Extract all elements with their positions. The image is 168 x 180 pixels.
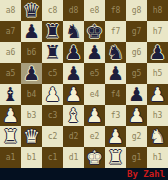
black-pawn: ♟	[149, 42, 166, 63]
square-label-g7: g7	[132, 28, 142, 36]
square-f6[interactable]: ♞	[105, 42, 126, 63]
white-knight: ♞	[149, 126, 166, 147]
square-b8[interactable]: ♛	[21, 0, 42, 21]
square-d4[interactable]: ♟	[63, 84, 84, 105]
square-c8[interactable]: c8	[42, 0, 63, 21]
square-f3[interactable]: f3	[105, 105, 126, 126]
square-e5[interactable]: e5	[84, 63, 105, 84]
square-label-b3: b3	[27, 112, 37, 120]
square-e1[interactable]: ♚	[84, 147, 105, 168]
square-a1[interactable]: a1	[0, 147, 21, 168]
square-h1[interactable]: h1	[147, 147, 168, 168]
square-e8[interactable]: e8	[84, 0, 105, 21]
square-label-h8: h8	[153, 7, 163, 15]
square-label-g6: g6	[132, 49, 142, 57]
square-label-e8: e8	[90, 7, 100, 15]
white-pawn: ♟	[149, 84, 166, 105]
white-pawn: ♟	[44, 84, 61, 105]
square-h8[interactable]: h8	[147, 0, 168, 21]
white-pawn: ♟	[128, 105, 145, 126]
white-king: ♚	[86, 147, 103, 168]
square-a5[interactable]: a5	[0, 63, 21, 84]
square-c5[interactable]: c5	[42, 63, 63, 84]
square-label-g1: g1	[132, 154, 142, 162]
square-d2[interactable]: d2	[63, 126, 84, 147]
square-h7[interactable]: h7	[147, 21, 168, 42]
black-pawn: ♟	[65, 63, 82, 84]
credit-text: By Zahl	[127, 168, 168, 180]
square-label-a6: a6	[6, 49, 16, 57]
square-g6[interactable]: g6	[126, 42, 147, 63]
square-d5[interactable]: ♟	[63, 63, 84, 84]
square-label-g5: g5	[132, 70, 142, 78]
square-label-d8: d8	[69, 7, 79, 15]
square-label-b1: b1	[27, 154, 37, 162]
white-pawn: ♟	[107, 126, 124, 147]
square-h6[interactable]: ♟	[147, 42, 168, 63]
square-label-h5: h5	[153, 70, 163, 78]
square-b4[interactable]: b4	[21, 84, 42, 105]
square-label-g8: g8	[132, 7, 142, 15]
square-label-c2: c2	[48, 133, 58, 141]
black-pawn: ♟	[23, 63, 40, 84]
black-queen: ♛	[23, 0, 40, 21]
square-d7[interactable]: ♞	[63, 21, 84, 42]
credit-bar: By Zahl	[0, 168, 168, 180]
white-pawn: ♟	[2, 105, 19, 126]
square-g3[interactable]: ♟	[126, 105, 147, 126]
square-h3[interactable]: h3	[147, 105, 168, 126]
square-c6[interactable]: ♜	[42, 42, 63, 63]
square-h4[interactable]: ♟	[147, 84, 168, 105]
square-g5[interactable]: g5	[126, 63, 147, 84]
square-a7[interactable]: a7	[0, 21, 21, 42]
square-label-h7: h7	[153, 28, 163, 36]
square-label-h3: h3	[153, 112, 163, 120]
black-pawn: ♟	[65, 42, 82, 63]
square-d1[interactable]: d1	[63, 147, 84, 168]
square-h5[interactable]: h5	[147, 63, 168, 84]
square-f8[interactable]: f8	[105, 0, 126, 21]
square-c1[interactable]: c1	[42, 147, 63, 168]
square-f1[interactable]: ♜	[105, 147, 126, 168]
square-label-d2: d2	[69, 133, 79, 141]
square-label-e2: e2	[90, 133, 100, 141]
black-rook: ♜	[44, 42, 61, 63]
square-label-c1: c1	[48, 154, 58, 162]
black-rook: ♜	[44, 21, 61, 42]
square-label-a8: a8	[6, 7, 16, 15]
square-e3[interactable]: ♟	[84, 105, 105, 126]
square-e6[interactable]: ♟	[84, 42, 105, 63]
white-pawn: ♟	[86, 105, 103, 126]
black-pawn: ♟	[107, 63, 124, 84]
square-label-f3: f3	[111, 112, 121, 120]
black-knight: ♞	[65, 21, 82, 42]
black-knight: ♞	[107, 42, 124, 63]
square-label-a7: a7	[6, 28, 16, 36]
white-rook: ♜	[2, 126, 19, 147]
square-label-c8: c8	[48, 7, 58, 15]
black-pawn: ♟	[86, 42, 103, 63]
square-f7[interactable]: f7	[105, 21, 126, 42]
square-g7[interactable]: g7	[126, 21, 147, 42]
square-b5[interactable]: ♟	[21, 63, 42, 84]
square-label-g2: g2	[132, 133, 142, 141]
square-label-a5: a5	[6, 70, 16, 78]
square-f4[interactable]: f4	[105, 84, 126, 105]
chess-board: a8♛c8d8e8f8g8h8a7♟♜♞♚f7g7h7a6b6♜♟♟♞g6♟a5…	[0, 0, 168, 168]
square-a4[interactable]: ♝	[0, 84, 21, 105]
square-a6[interactable]: a6	[0, 42, 21, 63]
square-h2[interactable]: ♞	[147, 126, 168, 147]
square-c3[interactable]: c3	[42, 105, 63, 126]
square-c4[interactable]: ♟	[42, 84, 63, 105]
square-b7[interactable]: ♟	[21, 21, 42, 42]
square-label-b4: b4	[27, 91, 37, 99]
square-c2[interactable]: c2	[42, 126, 63, 147]
square-e7[interactable]: ♚	[84, 21, 105, 42]
square-label-d1: d1	[69, 154, 79, 162]
square-b3[interactable]: b3	[21, 105, 42, 126]
white-queen: ♛	[23, 126, 40, 147]
square-label-c3: c3	[48, 112, 58, 120]
chess-diagram: a8♛c8d8e8f8g8h8a7♟♜♞♚f7g7h7a6b6♜♟♟♞g6♟a5…	[0, 0, 168, 180]
square-label-a1: a1	[6, 154, 16, 162]
white-rook: ♜	[107, 147, 124, 168]
white-pawn: ♟	[65, 84, 82, 105]
square-label-e5: e5	[90, 70, 100, 78]
square-d6[interactable]: ♟	[63, 42, 84, 63]
square-a3[interactable]: ♟	[0, 105, 21, 126]
square-e4[interactable]: e4	[84, 84, 105, 105]
black-pawn: ♟	[128, 84, 145, 105]
square-label-b6: b6	[27, 49, 37, 57]
square-label-e4: e4	[90, 91, 100, 99]
square-b6[interactable]: b6	[21, 42, 42, 63]
square-label-f8: f8	[111, 7, 121, 15]
square-d3[interactable]: ♝	[63, 105, 84, 126]
square-label-h1: h1	[153, 154, 163, 162]
square-g1[interactable]: g1	[126, 147, 147, 168]
square-f5[interactable]: ♟	[105, 63, 126, 84]
white-bishop: ♝	[65, 105, 82, 126]
square-label-c5: c5	[48, 70, 58, 78]
square-g4[interactable]: ♟	[126, 84, 147, 105]
square-f2[interactable]: ♟	[105, 126, 126, 147]
square-b1[interactable]: b1	[21, 147, 42, 168]
square-d8[interactable]: d8	[63, 0, 84, 21]
square-label-f7: f7	[111, 28, 121, 36]
square-e2[interactable]: e2	[84, 126, 105, 147]
square-g2[interactable]: g2	[126, 126, 147, 147]
black-king: ♚	[86, 21, 103, 42]
square-c7[interactable]: ♜	[42, 21, 63, 42]
black-bishop: ♝	[2, 84, 19, 105]
black-pawn: ♟	[23, 21, 40, 42]
square-a2[interactable]: ♜	[0, 126, 21, 147]
square-label-f4: f4	[111, 91, 121, 99]
square-b2[interactable]: ♛	[21, 126, 42, 147]
square-a8[interactable]: a8	[0, 0, 21, 21]
square-g8[interactable]: g8	[126, 0, 147, 21]
